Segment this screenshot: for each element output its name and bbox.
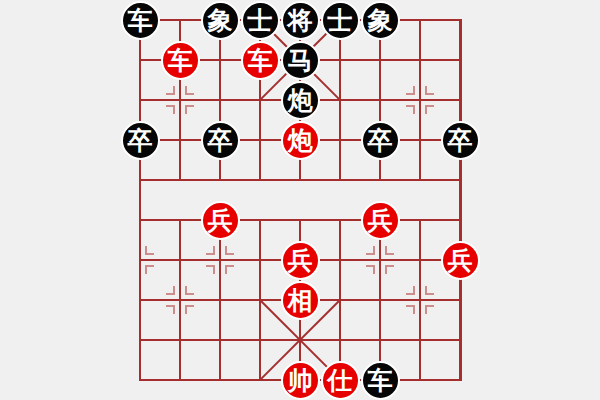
piece-black-advisor[interactable]: 士 [321,1,360,40]
piece-red-soldier[interactable]: 兵 [361,201,400,240]
piece-black-cannon[interactable]: 炮 [281,81,320,120]
piece-red-chariot[interactable]: 车 [161,41,200,80]
piece-black-soldier[interactable]: 卒 [201,121,240,160]
piece-black-advisor[interactable]: 士 [241,1,280,40]
piece-red-soldier[interactable]: 兵 [281,241,320,280]
piece-black-horse[interactable]: 马 [281,41,320,80]
piece-black-soldier[interactable]: 卒 [121,121,160,160]
piece-black-general[interactable]: 将 [281,1,320,40]
piece-black-chariot[interactable]: 车 [361,361,400,400]
piece-black-elephant[interactable]: 象 [361,1,400,40]
piece-red-advisor[interactable]: 仕 [321,361,360,400]
xiangqi-piece-grid: 车象士将士象车车马炮卒卒炮卒卒兵兵兵兵相帅仕车 [120,0,480,400]
xiangqi-board: 车象士将士象车车马炮卒卒炮卒卒兵兵兵兵相帅仕车 [0,0,600,400]
piece-red-elephant[interactable]: 相 [281,281,320,320]
piece-red-cannon[interactable]: 炮 [281,121,320,160]
piece-red-general[interactable]: 帅 [281,361,320,400]
piece-black-soldier[interactable]: 卒 [361,121,400,160]
piece-red-chariot[interactable]: 车 [241,41,280,80]
piece-black-soldier[interactable]: 卒 [441,121,480,160]
piece-red-soldier[interactable]: 兵 [441,241,480,280]
piece-red-soldier[interactable]: 兵 [201,201,240,240]
piece-black-chariot[interactable]: 车 [121,1,160,40]
piece-black-elephant[interactable]: 象 [201,1,240,40]
